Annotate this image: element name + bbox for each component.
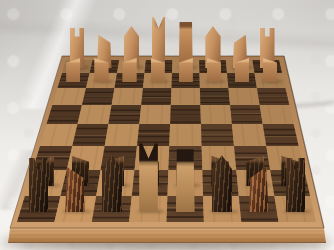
photo-of-wooden-chess-set bbox=[0, 0, 334, 250]
piece-black-queen-d8[interactable] bbox=[176, 149, 195, 212]
piece-black-king-e8[interactable] bbox=[139, 143, 158, 212]
pieces-layer bbox=[0, 0, 334, 250]
